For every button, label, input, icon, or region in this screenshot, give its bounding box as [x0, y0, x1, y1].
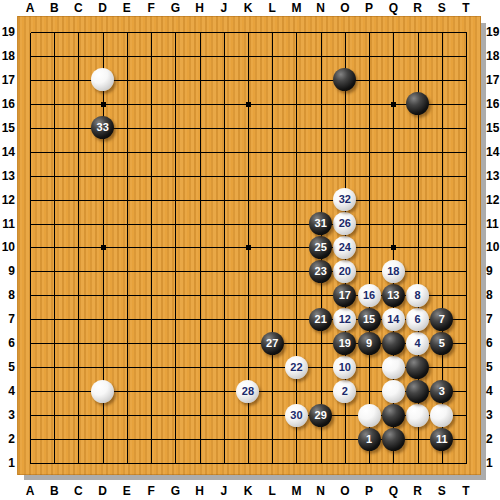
- move-number: 30: [290, 410, 302, 421]
- col-label-top-O: O: [336, 1, 354, 15]
- move-number: 31: [315, 218, 327, 229]
- go-board-diagram: AABBCCDDEEFFGGHHJJKKLLMMNNOOPPQQRRSSTT19…: [0, 0, 500, 500]
- row-label-right-1: 1: [486, 456, 500, 470]
- row-label-right-13: 13: [486, 169, 500, 183]
- black-stone-O6[interactable]: 19: [333, 332, 356, 355]
- move-number: 15: [363, 314, 375, 325]
- col-label-top-S: S: [433, 1, 451, 15]
- black-stone-S2[interactable]: 11: [430, 428, 453, 451]
- white-stone-R6[interactable]: 4: [406, 332, 429, 355]
- row-label-left-15: 15: [0, 121, 15, 135]
- row-label-left-8: 8: [0, 288, 15, 302]
- col-label-bottom-L: L: [263, 484, 281, 498]
- black-stone-Q3[interactable]: [382, 404, 405, 427]
- col-label-bottom-H: H: [191, 484, 209, 498]
- black-stone-R4[interactable]: [406, 380, 429, 403]
- black-stone-Q8[interactable]: 13: [382, 284, 405, 307]
- move-number: 16: [363, 290, 375, 301]
- move-number: 7: [439, 314, 445, 325]
- col-label-bottom-B: B: [45, 484, 63, 498]
- move-number: 26: [339, 218, 351, 229]
- black-stone-L6[interactable]: 27: [261, 332, 284, 355]
- black-stone-P7[interactable]: 15: [358, 308, 381, 331]
- black-stone-P6[interactable]: 9: [358, 332, 381, 355]
- move-number: 27: [266, 338, 278, 349]
- row-label-left-18: 18: [0, 49, 15, 63]
- col-label-bottom-M: M: [287, 484, 305, 498]
- move-number: 20: [339, 266, 351, 277]
- row-label-left-16: 16: [0, 97, 15, 111]
- move-number: 4: [414, 338, 420, 349]
- col-label-top-C: C: [69, 1, 87, 15]
- white-stone-P8[interactable]: 16: [358, 284, 381, 307]
- move-number: 11: [436, 434, 448, 445]
- row-label-right-14: 14: [486, 145, 500, 159]
- col-label-bottom-Q: Q: [384, 484, 402, 498]
- white-stone-Q7[interactable]: 14: [382, 308, 405, 331]
- col-label-bottom-K: K: [239, 484, 257, 498]
- black-stone-Q2[interactable]: [382, 428, 405, 451]
- white-stone-O4[interactable]: 2: [333, 380, 356, 403]
- move-number: 12: [339, 314, 351, 325]
- row-label-right-16: 16: [486, 97, 500, 111]
- white-stone-Q9[interactable]: 18: [382, 260, 405, 283]
- row-label-right-12: 12: [486, 193, 500, 207]
- move-number: 33: [97, 122, 109, 133]
- move-number: 18: [387, 266, 399, 277]
- col-label-bottom-S: S: [433, 484, 451, 498]
- col-label-top-L: L: [263, 1, 281, 15]
- row-label-right-5: 5: [486, 360, 500, 374]
- col-label-bottom-O: O: [336, 484, 354, 498]
- black-stone-Q6[interactable]: [382, 332, 405, 355]
- white-stone-D4[interactable]: [91, 380, 114, 403]
- black-stone-S6[interactable]: 5: [430, 332, 453, 355]
- col-label-top-E: E: [118, 1, 136, 15]
- col-label-top-B: B: [45, 1, 63, 15]
- move-number: 22: [290, 362, 302, 373]
- move-number: 13: [387, 290, 399, 301]
- row-label-right-3: 3: [486, 408, 500, 422]
- row-label-left-17: 17: [0, 73, 15, 87]
- move-number: 24: [339, 242, 351, 253]
- white-stone-M5[interactable]: 22: [285, 356, 308, 379]
- black-stone-R5[interactable]: [406, 356, 429, 379]
- row-label-left-3: 3: [0, 408, 15, 422]
- white-stone-K4[interactable]: 28: [236, 380, 259, 403]
- move-number: 9: [366, 338, 372, 349]
- move-number: 6: [414, 314, 420, 325]
- col-label-bottom-F: F: [142, 484, 160, 498]
- row-label-left-13: 13: [0, 169, 15, 183]
- black-stone-N3[interactable]: 29: [309, 404, 332, 427]
- row-label-right-2: 2: [486, 432, 500, 446]
- col-label-bottom-J: J: [215, 484, 233, 498]
- move-number: 19: [339, 338, 351, 349]
- move-number: 5: [439, 338, 445, 349]
- col-label-top-A: A: [21, 1, 39, 15]
- row-label-left-9: 9: [0, 264, 15, 278]
- row-label-right-19: 19: [486, 25, 500, 39]
- move-number: 32: [339, 194, 351, 205]
- move-number: 1: [366, 434, 372, 445]
- black-stone-S7[interactable]: 7: [430, 308, 453, 331]
- col-label-bottom-C: C: [69, 484, 87, 498]
- row-label-right-15: 15: [486, 121, 500, 135]
- col-label-top-P: P: [360, 1, 378, 15]
- move-number: 28: [242, 386, 254, 397]
- black-stone-P2[interactable]: 1: [358, 428, 381, 451]
- col-label-top-T: T: [457, 1, 475, 15]
- white-stone-Q5[interactable]: [382, 356, 405, 379]
- white-stone-R7[interactable]: 6: [406, 308, 429, 331]
- row-label-left-5: 5: [0, 360, 15, 374]
- col-label-bottom-E: E: [118, 484, 136, 498]
- white-stone-Q4[interactable]: [382, 380, 405, 403]
- row-label-right-6: 6: [486, 336, 500, 350]
- move-number: 10: [339, 362, 351, 373]
- col-label-bottom-G: G: [166, 484, 184, 498]
- row-label-left-1: 1: [0, 456, 15, 470]
- col-label-top-Q: Q: [384, 1, 402, 15]
- col-label-top-N: N: [312, 1, 330, 15]
- col-label-top-F: F: [142, 1, 160, 15]
- black-stone-S4[interactable]: 3: [430, 380, 453, 403]
- col-label-top-R: R: [409, 1, 427, 15]
- row-label-left-2: 2: [0, 432, 15, 446]
- row-label-left-19: 19: [0, 25, 15, 39]
- col-label-top-M: M: [287, 1, 305, 15]
- move-number: 25: [315, 242, 327, 253]
- move-number: 14: [387, 314, 399, 325]
- move-number: 29: [315, 410, 327, 421]
- row-label-right-17: 17: [486, 73, 500, 87]
- row-label-left-11: 11: [0, 217, 15, 231]
- row-label-right-11: 11: [486, 217, 500, 231]
- row-label-left-12: 12: [0, 193, 15, 207]
- white-stone-S3[interactable]: [430, 404, 453, 427]
- white-stone-M3[interactable]: 30: [285, 404, 308, 427]
- white-stone-R8[interactable]: 8: [406, 284, 429, 307]
- black-stone-N7[interactable]: 21: [309, 308, 332, 331]
- col-label-top-D: D: [94, 1, 112, 15]
- row-label-left-10: 10: [0, 240, 15, 254]
- row-label-left-6: 6: [0, 336, 15, 350]
- col-label-top-G: G: [166, 1, 184, 15]
- row-label-right-18: 18: [486, 49, 500, 63]
- col-label-bottom-R: R: [409, 484, 427, 498]
- row-label-right-4: 4: [486, 384, 500, 398]
- move-number: 2: [342, 386, 348, 397]
- row-label-left-4: 4: [0, 384, 15, 398]
- row-label-right-9: 9: [486, 264, 500, 278]
- col-label-top-K: K: [239, 1, 257, 15]
- row-label-right-10: 10: [486, 240, 500, 254]
- move-number: 17: [339, 290, 351, 301]
- col-label-top-H: H: [191, 1, 209, 15]
- col-label-bottom-D: D: [94, 484, 112, 498]
- move-number: 3: [439, 386, 445, 397]
- col-label-bottom-A: A: [21, 484, 39, 498]
- white-stone-O5[interactable]: 10: [333, 356, 356, 379]
- white-stone-P3[interactable]: [358, 404, 381, 427]
- col-label-bottom-T: T: [457, 484, 475, 498]
- move-number: 8: [414, 290, 420, 301]
- white-stone-R3[interactable]: [406, 404, 429, 427]
- row-label-right-8: 8: [486, 288, 500, 302]
- row-label-left-7: 7: [0, 312, 15, 326]
- col-label-bottom-N: N: [312, 484, 330, 498]
- col-label-bottom-P: P: [360, 484, 378, 498]
- move-number: 23: [315, 266, 327, 277]
- black-stone-N10[interactable]: 25: [309, 236, 332, 259]
- move-number: 21: [315, 314, 327, 325]
- row-label-left-14: 14: [0, 145, 15, 159]
- row-label-right-7: 7: [486, 312, 500, 326]
- col-label-top-J: J: [215, 1, 233, 15]
- black-stone-N9[interactable]: 23: [309, 260, 332, 283]
